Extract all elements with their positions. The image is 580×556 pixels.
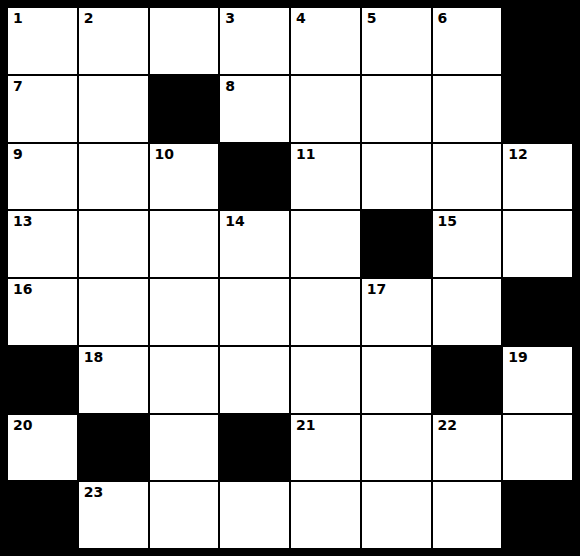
clue-number: 19 — [508, 350, 527, 364]
clue-number: 20 — [13, 418, 32, 432]
cell-r6c2[interactable]: 18 — [79, 347, 148, 413]
black-cell — [220, 144, 289, 210]
cell-r7c1[interactable]: 20 — [8, 415, 77, 481]
clue-number: 21 — [296, 418, 315, 432]
clue-number: 1 — [13, 11, 23, 25]
clue-number: 6 — [438, 11, 448, 25]
cell-r2c5[interactable] — [291, 76, 360, 142]
clue-number: 4 — [296, 11, 306, 25]
cell-r5c7[interactable] — [433, 279, 502, 345]
cell-r5c1[interactable]: 16 — [8, 279, 77, 345]
clue-number: 9 — [13, 147, 23, 161]
cell-r1c3[interactable] — [150, 8, 219, 74]
clue-number: 11 — [296, 147, 315, 161]
cell-r5c3[interactable] — [150, 279, 219, 345]
cell-r4c8[interactable] — [503, 211, 572, 277]
crossword-board: 1234567891011121314151617181920212223 — [0, 0, 580, 556]
clue-number: 23 — [84, 485, 103, 499]
cell-r4c5[interactable] — [291, 211, 360, 277]
cell-r2c1[interactable]: 7 — [8, 76, 77, 142]
cell-r1c2[interactable]: 2 — [79, 8, 148, 74]
cell-r5c4[interactable] — [220, 279, 289, 345]
cell-r8c2[interactable]: 23 — [79, 482, 148, 548]
cell-r7c6[interactable] — [362, 415, 431, 481]
cell-r3c2[interactable] — [79, 144, 148, 210]
black-cell — [503, 76, 572, 142]
clue-number: 10 — [155, 147, 174, 161]
cell-r8c6[interactable] — [362, 482, 431, 548]
cell-r1c1[interactable]: 1 — [8, 8, 77, 74]
cell-r1c4[interactable]: 3 — [220, 8, 289, 74]
cell-r7c7[interactable]: 22 — [433, 415, 502, 481]
cell-r3c3[interactable]: 10 — [150, 144, 219, 210]
clue-number: 14 — [225, 214, 244, 228]
cell-r1c5[interactable]: 4 — [291, 8, 360, 74]
clue-number: 22 — [438, 418, 457, 432]
cell-r4c7[interactable]: 15 — [433, 211, 502, 277]
cell-r4c1[interactable]: 13 — [8, 211, 77, 277]
cell-r8c7[interactable] — [433, 482, 502, 548]
clue-number: 12 — [508, 147, 527, 161]
black-cell — [503, 8, 572, 74]
cell-r5c2[interactable] — [79, 279, 148, 345]
cell-r8c3[interactable] — [150, 482, 219, 548]
black-cell — [503, 482, 572, 548]
black-cell — [150, 76, 219, 142]
clue-number: 16 — [13, 282, 32, 296]
cell-r2c2[interactable] — [79, 76, 148, 142]
clue-number: 2 — [84, 11, 94, 25]
black-cell — [79, 415, 148, 481]
cell-r3c1[interactable]: 9 — [8, 144, 77, 210]
clue-number: 17 — [367, 282, 386, 296]
black-cell — [8, 347, 77, 413]
cell-r3c6[interactable] — [362, 144, 431, 210]
black-cell — [8, 482, 77, 548]
black-cell — [362, 211, 431, 277]
black-cell — [220, 415, 289, 481]
cell-r7c5[interactable]: 21 — [291, 415, 360, 481]
cell-r6c4[interactable] — [220, 347, 289, 413]
black-cell — [433, 347, 502, 413]
cell-r3c8[interactable]: 12 — [503, 144, 572, 210]
cell-r5c6[interactable]: 17 — [362, 279, 431, 345]
black-cell — [503, 279, 572, 345]
cell-r7c3[interactable] — [150, 415, 219, 481]
cell-r3c5[interactable]: 11 — [291, 144, 360, 210]
clue-number: 8 — [225, 79, 235, 93]
cell-r6c5[interactable] — [291, 347, 360, 413]
cell-r2c4[interactable]: 8 — [220, 76, 289, 142]
cell-r6c6[interactable] — [362, 347, 431, 413]
cell-r4c2[interactable] — [79, 211, 148, 277]
cell-r1c7[interactable]: 6 — [433, 8, 502, 74]
cell-r5c5[interactable] — [291, 279, 360, 345]
cell-r1c6[interactable]: 5 — [362, 8, 431, 74]
cell-r8c5[interactable] — [291, 482, 360, 548]
cell-r2c7[interactable] — [433, 76, 502, 142]
cell-r7c8[interactable] — [503, 415, 572, 481]
clue-number: 5 — [367, 11, 377, 25]
clue-number: 13 — [13, 214, 32, 228]
cell-r2c6[interactable] — [362, 76, 431, 142]
clue-number: 18 — [84, 350, 103, 364]
cell-r8c4[interactable] — [220, 482, 289, 548]
cell-r4c4[interactable]: 14 — [220, 211, 289, 277]
cell-r3c7[interactable] — [433, 144, 502, 210]
clue-number: 15 — [438, 214, 457, 228]
cell-r6c3[interactable] — [150, 347, 219, 413]
clue-number: 7 — [13, 79, 23, 93]
cell-r6c8[interactable]: 19 — [503, 347, 572, 413]
cell-r4c3[interactable] — [150, 211, 219, 277]
clue-number: 3 — [225, 11, 235, 25]
